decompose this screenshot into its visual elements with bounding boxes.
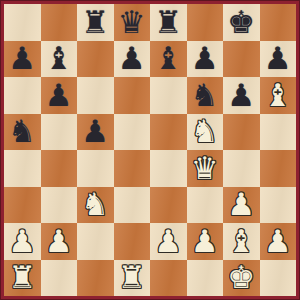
square-d8[interactable]: ♛: [114, 4, 151, 41]
square-f2[interactable]: ♟: [187, 223, 224, 260]
white-bishop-g2[interactable]: ♝: [227, 226, 255, 257]
square-f4[interactable]: ♛: [187, 150, 224, 187]
black-queen-d8[interactable]: ♛: [118, 7, 146, 38]
square-e4[interactable]: [150, 150, 187, 187]
white-knight-f5[interactable]: ♞: [191, 116, 219, 147]
square-b8[interactable]: [41, 4, 78, 41]
black-pawn-f7[interactable]: ♟: [191, 43, 219, 74]
square-a1[interactable]: ♜: [4, 260, 41, 297]
square-d6[interactable]: [114, 77, 151, 114]
white-bishop-h6[interactable]: ♝: [264, 80, 292, 111]
square-h6[interactable]: ♝: [260, 77, 297, 114]
black-pawn-d7[interactable]: ♟: [118, 43, 146, 74]
square-e5[interactable]: [150, 114, 187, 151]
black-pawn-b6[interactable]: ♟: [45, 80, 73, 111]
square-c5[interactable]: ♟: [77, 114, 114, 151]
square-c2[interactable]: [77, 223, 114, 260]
square-a4[interactable]: [4, 150, 41, 187]
square-b2[interactable]: ♟: [41, 223, 78, 260]
black-pawn-a7[interactable]: ♟: [8, 43, 36, 74]
square-f1[interactable]: [187, 260, 224, 297]
square-c7[interactable]: [77, 41, 114, 78]
square-d5[interactable]: [114, 114, 151, 151]
square-h7[interactable]: ♟: [260, 41, 297, 78]
square-a3[interactable]: [4, 187, 41, 224]
square-e8[interactable]: ♜: [150, 4, 187, 41]
square-d4[interactable]: [114, 150, 151, 187]
square-f8[interactable]: [187, 4, 224, 41]
square-b5[interactable]: [41, 114, 78, 151]
square-e1[interactable]: [150, 260, 187, 297]
white-queen-f4[interactable]: ♛: [191, 153, 219, 184]
white-king-g1[interactable]: ♚: [227, 262, 255, 293]
square-c6[interactable]: [77, 77, 114, 114]
square-g5[interactable]: [223, 114, 260, 151]
square-a6[interactable]: [4, 77, 41, 114]
white-rook-d1[interactable]: ♜: [118, 262, 146, 293]
white-pawn-a2[interactable]: ♟: [8, 226, 36, 257]
square-b1[interactable]: [41, 260, 78, 297]
square-e7[interactable]: ♝: [150, 41, 187, 78]
black-knight-f6[interactable]: ♞: [191, 80, 219, 111]
square-g4[interactable]: [223, 150, 260, 187]
board-frame: ♜♛♜♚♟♝♟♝♟♟♟♞♟♝♞♟♞♛♞♟♟♟♟♟♝♟♜♜♚: [0, 0, 300, 300]
black-knight-a5[interactable]: ♞: [8, 116, 36, 147]
black-rook-e8[interactable]: ♜: [154, 7, 182, 38]
square-a7[interactable]: ♟: [4, 41, 41, 78]
square-b7[interactable]: ♝: [41, 41, 78, 78]
black-pawn-h7[interactable]: ♟: [264, 43, 292, 74]
square-e3[interactable]: [150, 187, 187, 224]
square-e6[interactable]: [150, 77, 187, 114]
square-c3[interactable]: ♞: [77, 187, 114, 224]
square-f7[interactable]: ♟: [187, 41, 224, 78]
white-knight-c3[interactable]: ♞: [81, 189, 109, 220]
white-pawn-f2[interactable]: ♟: [191, 226, 219, 257]
white-pawn-e2[interactable]: ♟: [154, 226, 182, 257]
white-pawn-h2[interactable]: ♟: [264, 226, 292, 257]
square-b3[interactable]: [41, 187, 78, 224]
square-g7[interactable]: [223, 41, 260, 78]
square-b4[interactable]: [41, 150, 78, 187]
square-d2[interactable]: [114, 223, 151, 260]
square-c8[interactable]: ♜: [77, 4, 114, 41]
square-c1[interactable]: [77, 260, 114, 297]
square-c4[interactable]: [77, 150, 114, 187]
square-a8[interactable]: [4, 4, 41, 41]
square-h4[interactable]: [260, 150, 297, 187]
square-g1[interactable]: ♚: [223, 260, 260, 297]
chess-board[interactable]: ♜♛♜♚♟♝♟♝♟♟♟♞♟♝♞♟♞♛♞♟♟♟♟♟♝♟♜♜♚: [4, 4, 296, 296]
square-g8[interactable]: ♚: [223, 4, 260, 41]
square-h8[interactable]: [260, 4, 297, 41]
square-g6[interactable]: ♟: [223, 77, 260, 114]
square-h3[interactable]: [260, 187, 297, 224]
square-f6[interactable]: ♞: [187, 77, 224, 114]
white-rook-a1[interactable]: ♜: [8, 262, 36, 293]
black-pawn-g6[interactable]: ♟: [227, 80, 255, 111]
square-e2[interactable]: ♟: [150, 223, 187, 260]
square-d1[interactable]: ♜: [114, 260, 151, 297]
square-a5[interactable]: ♞: [4, 114, 41, 151]
white-pawn-b2[interactable]: ♟: [45, 226, 73, 257]
black-pawn-c5[interactable]: ♟: [81, 116, 109, 147]
square-b6[interactable]: ♟: [41, 77, 78, 114]
square-h5[interactable]: [260, 114, 297, 151]
square-d7[interactable]: ♟: [114, 41, 151, 78]
square-d3[interactable]: [114, 187, 151, 224]
black-rook-c8[interactable]: ♜: [81, 7, 109, 38]
square-h2[interactable]: ♟: [260, 223, 297, 260]
square-g3[interactable]: ♟: [223, 187, 260, 224]
white-pawn-g3[interactable]: ♟: [227, 189, 255, 220]
square-f5[interactable]: ♞: [187, 114, 224, 151]
black-bishop-e7[interactable]: ♝: [154, 43, 182, 74]
black-king-g8[interactable]: ♚: [227, 7, 255, 38]
square-f3[interactable]: [187, 187, 224, 224]
square-g2[interactable]: ♝: [223, 223, 260, 260]
square-a2[interactable]: ♟: [4, 223, 41, 260]
black-bishop-b7[interactable]: ♝: [45, 43, 73, 74]
square-h1[interactable]: [260, 260, 297, 297]
